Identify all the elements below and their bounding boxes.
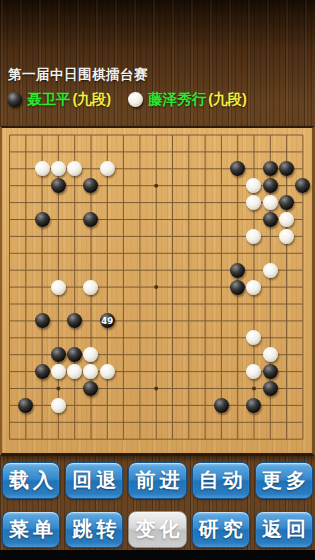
auto-play-button[interactable]: 自动 [192,462,250,499]
stone-black [230,280,245,295]
back-button[interactable]: 返回 [255,511,313,548]
stone-white [100,161,115,176]
forward-button[interactable]: 前进 [128,462,186,499]
toolbar-row-1: 载入回退前进自动更多 [2,462,313,499]
stone-black [279,195,294,210]
stone-black [214,398,229,413]
stone-white [246,178,261,193]
stone-black [35,364,50,379]
stone-black [67,347,82,362]
stone-white [279,212,294,227]
stone-black [18,398,33,413]
white-stone-icon [128,92,143,107]
menu-button[interactable]: 菜单 [2,511,60,548]
black-player-rank: (九段) [73,90,112,109]
game-title: 第一届中日围棋擂台赛 [8,66,148,84]
stone-black [230,161,245,176]
stones-layer: 49 [1,127,311,448]
white-player-rank: (九段) [208,90,247,109]
stone-black [263,161,278,176]
stone-black [35,313,50,328]
stone-black-move-49: 49 [100,313,115,328]
more-button[interactable]: 更多 [255,462,313,499]
black-stone-icon [7,92,22,107]
stone-black [263,212,278,227]
stone-white [263,263,278,278]
stone-white [35,161,50,176]
stone-black [263,364,278,379]
stone-black [83,212,98,227]
move-number-label: 49 [100,313,115,328]
load-button[interactable]: 载入 [2,462,60,499]
undo-button[interactable]: 回退 [65,462,123,499]
go-board[interactable]: 49 [0,126,315,456]
stone-white [279,229,294,244]
study-button[interactable]: 研究 [192,511,250,548]
stone-black [83,381,98,396]
stone-white [51,364,66,379]
white-player-name: 藤泽秀行 [148,90,206,109]
stone-white [51,280,66,295]
stone-white [246,195,261,210]
stone-white [67,364,82,379]
stone-white [246,280,261,295]
stone-black [51,178,66,193]
stone-white [100,364,115,379]
jump-button[interactable]: 跳转 [65,511,123,548]
stone-black [35,212,50,227]
stone-black [230,263,245,278]
stone-black [263,381,278,396]
black-player-name: 聂卫平 [27,90,71,109]
stone-black [51,347,66,362]
stone-black [67,313,82,328]
stone-white [83,364,98,379]
stone-white [246,229,261,244]
bottom-bar [0,550,315,560]
stone-black [246,398,261,413]
stone-white [51,161,66,176]
stone-white [51,398,66,413]
stone-black [263,178,278,193]
stone-white [263,347,278,362]
stone-black [295,178,310,193]
stone-white [263,195,278,210]
stone-white [246,330,261,345]
players-row: 聂卫平 (九段) 藤泽秀行 (九段) [7,89,247,109]
stone-white [246,364,261,379]
stone-white [67,161,82,176]
stone-black [83,178,98,193]
toolbar-row-2: 菜单跳转变化研究返回 [2,511,313,548]
stone-black [279,161,294,176]
stone-white [83,347,98,362]
variation-button[interactable]: 变化 [128,511,186,548]
stone-white [83,280,98,295]
